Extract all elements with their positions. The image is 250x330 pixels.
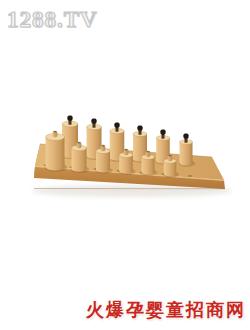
- dark-knob: [67, 116, 72, 121]
- tan-knob-tip: [77, 142, 80, 144]
- cylinder-bottom: [72, 166, 87, 171]
- cylinder-bottom: [119, 169, 133, 174]
- cylinder-bottom: [96, 167, 110, 172]
- cylinder-bottom: [46, 164, 65, 171]
- dark-knob: [137, 126, 142, 131]
- dark-knob: [114, 123, 119, 128]
- cylinder-body: [96, 151, 110, 170]
- page-background: 1288.TV: [0, 0, 250, 330]
- product-photo-cylinder-block: [0, 0, 250, 330]
- cylinder-front-1: [45, 131, 68, 172]
- cylinder-back-6: [179, 134, 196, 167]
- engraved-mark: [187, 175, 192, 177]
- tan-knob-tip: [168, 155, 171, 157]
- cylinder-body: [46, 137, 65, 167]
- dark-knob: [183, 134, 188, 139]
- dark-knob: [91, 119, 96, 124]
- cylinder-bottom: [164, 172, 177, 177]
- tan-knob-tip: [101, 145, 104, 147]
- cylinder-bottom: [142, 170, 155, 175]
- tan-knob-tip: [124, 149, 127, 151]
- dark-knob: [160, 130, 165, 135]
- tan-knob-tip: [146, 151, 149, 153]
- cylinder-body: [180, 142, 193, 163]
- tan-knob-tip: [53, 131, 56, 133]
- cylinder-body: [72, 148, 87, 169]
- watermark-huobao: 火爆孕婴童招商网: [86, 298, 246, 322]
- cylinder-bottom: [180, 161, 193, 166]
